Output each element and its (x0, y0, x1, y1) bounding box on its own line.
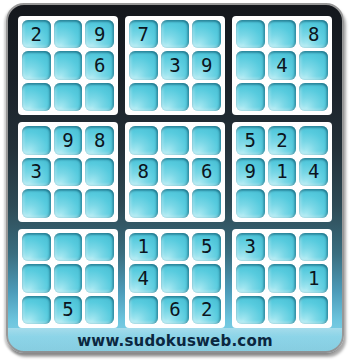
cell-r9c3[interactable] (85, 296, 114, 324)
cell-r7c9[interactable] (299, 233, 328, 261)
given-digit: 1 (138, 237, 149, 256)
given-digit: 2 (201, 300, 212, 319)
cell-r2c8[interactable]: 4 (268, 51, 297, 79)
cell-r3c1[interactable] (22, 83, 51, 111)
cell-r5c8[interactable]: 1 (268, 158, 297, 186)
given-digit: 5 (201, 237, 212, 256)
block-4: 983 (18, 122, 118, 221)
site-footer: www.sudokusweb.com (8, 328, 342, 353)
cell-r4c1[interactable] (22, 126, 51, 154)
cell-r4c4[interactable] (129, 126, 158, 154)
cell-r4c3[interactable]: 8 (85, 126, 114, 154)
cell-r7c6[interactable]: 5 (192, 233, 221, 261)
given-digit: 2 (276, 131, 287, 150)
cell-r1c3[interactable]: 9 (85, 20, 114, 48)
cell-r4c2[interactable]: 9 (54, 126, 83, 154)
cell-r8c9[interactable]: 1 (299, 264, 328, 292)
cell-r5c3[interactable] (85, 158, 114, 186)
cell-r7c4[interactable]: 1 (129, 233, 158, 261)
cell-r2c3[interactable]: 6 (85, 51, 114, 79)
block-1: 296 (18, 16, 118, 115)
block-6: 52914 (232, 122, 332, 221)
given-digit: 4 (276, 56, 287, 75)
cell-r6c6[interactable] (192, 189, 221, 217)
given-digit: 9 (94, 25, 105, 44)
cell-r5c9[interactable]: 4 (299, 158, 328, 186)
given-digit: 7 (138, 25, 149, 44)
cell-r2c7[interactable] (236, 51, 265, 79)
given-digit: 8 (94, 131, 105, 150)
cell-r9c1[interactable] (22, 296, 51, 324)
given-digit: 1 (308, 269, 319, 288)
block-8: 15462 (125, 229, 225, 328)
cell-r5c5[interactable] (161, 158, 190, 186)
block-5: 86 (125, 122, 225, 221)
cell-r5c2[interactable] (54, 158, 83, 186)
cell-r1c5[interactable] (161, 20, 190, 48)
cell-r7c7[interactable]: 3 (236, 233, 265, 261)
cell-r7c2[interactable] (54, 233, 83, 261)
given-digit: 1 (276, 162, 287, 181)
cell-r4c5[interactable] (161, 126, 190, 154)
given-digit: 6 (201, 162, 212, 181)
cell-r8c8[interactable] (268, 264, 297, 292)
given-digit: 6 (94, 56, 105, 75)
cell-r9c4[interactable] (129, 296, 158, 324)
block-7: 5 (18, 229, 118, 328)
cell-r9c7[interactable] (236, 296, 265, 324)
cell-r1c1[interactable]: 2 (22, 20, 51, 48)
cell-r3c5[interactable] (161, 83, 190, 111)
given-digit: 8 (138, 162, 149, 181)
cell-r3c2[interactable] (54, 83, 83, 111)
cell-r7c1[interactable] (22, 233, 51, 261)
cell-r8c7[interactable] (236, 264, 265, 292)
cell-r4c7[interactable]: 5 (236, 126, 265, 154)
cell-r6c7[interactable] (236, 189, 265, 217)
cell-r2c5[interactable]: 3 (161, 51, 190, 79)
cell-r3c3[interactable] (85, 83, 114, 111)
cell-r5c7[interactable]: 9 (236, 158, 265, 186)
cell-r4c8[interactable]: 2 (268, 126, 297, 154)
given-digit: 3 (169, 56, 180, 75)
cell-r2c9[interactable] (299, 51, 328, 79)
cell-r3c7[interactable] (236, 83, 265, 111)
cell-r3c6[interactable] (192, 83, 221, 111)
cell-r7c8[interactable] (268, 233, 297, 261)
cell-r3c8[interactable] (268, 83, 297, 111)
cell-r6c3[interactable] (85, 189, 114, 217)
cell-r5c6[interactable]: 6 (192, 158, 221, 186)
sudoku-board-frame: 29673984983865291451546231 www.sudokuswe… (6, 3, 344, 353)
cell-r7c5[interactable] (161, 233, 190, 261)
cell-r1c2[interactable] (54, 20, 83, 48)
cell-r6c4[interactable] (129, 189, 158, 217)
cell-r2c2[interactable] (54, 51, 83, 79)
cell-r1c6[interactable] (192, 20, 221, 48)
cell-r9c8[interactable] (268, 296, 297, 324)
cell-r1c4[interactable]: 7 (129, 20, 158, 48)
given-digit: 4 (308, 162, 319, 181)
block-2: 739 (125, 16, 225, 115)
given-digit: 3 (245, 237, 256, 256)
cell-r8c6[interactable] (192, 264, 221, 292)
cell-r2c4[interactable] (129, 51, 158, 79)
cell-r9c9[interactable] (299, 296, 328, 324)
cell-r6c1[interactable] (22, 189, 51, 217)
cell-r8c5[interactable] (161, 264, 190, 292)
given-digit: 9 (201, 56, 212, 75)
cell-r8c3[interactable] (85, 264, 114, 292)
cell-r4c9[interactable] (299, 126, 328, 154)
cell-r1c7[interactable] (236, 20, 265, 48)
cell-r3c4[interactable] (129, 83, 158, 111)
cell-r5c1[interactable]: 3 (22, 158, 51, 186)
cell-r1c8[interactable] (268, 20, 297, 48)
given-digit: 2 (31, 25, 42, 44)
cell-r1c9[interactable]: 8 (299, 20, 328, 48)
cell-r8c4[interactable]: 4 (129, 264, 158, 292)
cell-r8c1[interactable] (22, 264, 51, 292)
cell-r8c2[interactable] (54, 264, 83, 292)
given-digit: 5 (245, 131, 256, 150)
site-url-link[interactable]: www.sudokusweb.com (77, 332, 272, 350)
block-9: 31 (232, 229, 332, 328)
cell-r6c2[interactable] (54, 189, 83, 217)
given-digit: 9 (245, 162, 256, 181)
given-digit: 6 (169, 300, 180, 319)
given-digit: 4 (138, 269, 149, 288)
sudoku-board: 29673984983865291451546231 (18, 16, 332, 328)
given-digit: 5 (62, 300, 73, 319)
cell-r4c6[interactable] (192, 126, 221, 154)
cell-r9c6[interactable]: 2 (192, 296, 221, 324)
cell-r5c4[interactable]: 8 (129, 158, 158, 186)
cell-r7c3[interactable] (85, 233, 114, 261)
cell-r9c5[interactable]: 6 (161, 296, 190, 324)
cell-r9c2[interactable]: 5 (54, 296, 83, 324)
cell-r2c1[interactable] (22, 51, 51, 79)
given-digit: 9 (62, 131, 73, 150)
cell-r2c6[interactable]: 9 (192, 51, 221, 79)
cell-r3c9[interactable] (299, 83, 328, 111)
block-3: 84 (232, 16, 332, 115)
cell-r6c9[interactable] (299, 189, 328, 217)
cell-r6c8[interactable] (268, 189, 297, 217)
cell-r6c5[interactable] (161, 189, 190, 217)
given-digit: 8 (308, 25, 319, 44)
given-digit: 3 (31, 162, 42, 181)
